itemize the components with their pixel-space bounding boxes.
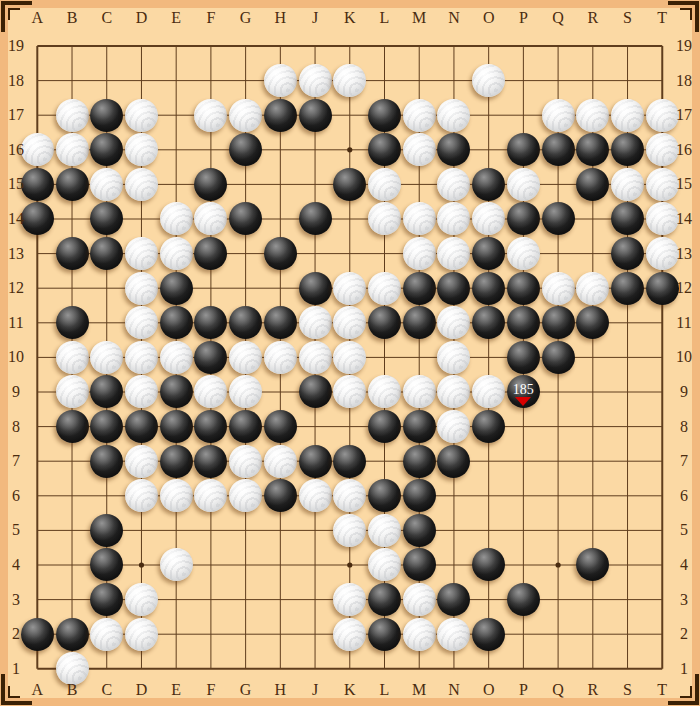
black-stone-D8[interactable] — [125, 410, 158, 443]
col-label-top-H: H — [275, 10, 287, 26]
board-point-M4 — [402, 548, 437, 583]
black-stone-E11[interactable] — [160, 306, 193, 339]
black-stone-P11[interactable] — [507, 306, 540, 339]
white-stone-T17[interactable] — [646, 99, 679, 132]
board-point-P15 — [506, 167, 541, 202]
row-label-left-8: 8 — [12, 419, 20, 435]
black-stone-M12[interactable] — [403, 272, 436, 305]
board-point-N12 — [437, 271, 472, 306]
white-stone-B17[interactable] — [56, 99, 89, 132]
black-stone-C14[interactable] — [90, 202, 123, 235]
black-stone-C17[interactable] — [90, 99, 123, 132]
white-stone-J6[interactable] — [299, 479, 332, 512]
white-stone-Q12[interactable] — [542, 272, 575, 305]
board-point-M12 — [402, 271, 437, 306]
white-stone-P13[interactable] — [507, 237, 540, 270]
white-stone-P15[interactable] — [507, 168, 540, 201]
row-label-left-1: 1 — [12, 661, 20, 677]
board-point-T17 — [645, 98, 680, 133]
move-number-label: 185 — [513, 382, 534, 398]
white-stone-K9[interactable] — [333, 375, 366, 408]
white-stone-N10[interactable] — [437, 341, 470, 374]
white-stone-F14[interactable] — [194, 202, 227, 235]
board-point-O2 — [471, 617, 506, 652]
board-point-Q12 — [541, 271, 576, 306]
board-point-O18 — [471, 63, 506, 98]
board-point-J17 — [298, 98, 333, 133]
white-stone-K3[interactable] — [333, 583, 366, 616]
black-stone-F13[interactable] — [194, 237, 227, 270]
white-stone-M2[interactable] — [403, 618, 436, 651]
white-stone-K11[interactable] — [333, 306, 366, 339]
white-stone-N14[interactable] — [437, 202, 470, 235]
col-label-bottom-G: G — [240, 682, 252, 698]
board-point-E9 — [159, 375, 194, 410]
white-stone-K2[interactable] — [333, 618, 366, 651]
white-stone-B10[interactable] — [56, 341, 89, 374]
board-point-H6 — [263, 478, 298, 513]
col-label-top-S: S — [623, 10, 632, 26]
black-stone-L11[interactable] — [368, 306, 401, 339]
row-label-right-13: 13 — [676, 246, 692, 262]
black-stone-P10[interactable] — [507, 341, 540, 374]
white-stone-G6[interactable] — [229, 479, 262, 512]
white-stone-K12[interactable] — [333, 272, 366, 305]
white-stone-D9[interactable] — [125, 375, 158, 408]
board-point-D17 — [124, 98, 159, 133]
white-stone-K18[interactable] — [333, 64, 366, 97]
board-point-O14 — [471, 202, 506, 237]
col-label-top-F: F — [206, 10, 215, 26]
black-stone-L8[interactable] — [368, 410, 401, 443]
white-stone-T16[interactable] — [646, 133, 679, 166]
white-stone-J11[interactable] — [299, 306, 332, 339]
white-stone-K6[interactable] — [333, 479, 366, 512]
white-stone-M16[interactable] — [403, 133, 436, 166]
col-label-top-L: L — [380, 10, 390, 26]
board-point-M13 — [402, 236, 437, 271]
board-point-L8 — [367, 409, 402, 444]
white-stone-D13[interactable] — [125, 237, 158, 270]
board-point-B15 — [55, 167, 90, 202]
black-stone-S13[interactable] — [611, 237, 644, 270]
row-label-right-2: 2 — [680, 626, 688, 642]
board-point-Q16 — [541, 132, 576, 167]
white-stone-T14[interactable] — [646, 202, 679, 235]
col-label-top-Q: Q — [552, 10, 564, 26]
board-point-K3 — [332, 582, 367, 617]
board-point-Q17 — [541, 98, 576, 133]
black-stone-F15[interactable] — [194, 168, 227, 201]
black-stone-T12[interactable] — [646, 272, 679, 305]
black-stone-O4[interactable] — [472, 548, 505, 581]
black-stone-M7[interactable] — [403, 445, 436, 478]
row-label-left-9: 9 — [12, 384, 20, 400]
board-point-E14 — [159, 202, 194, 237]
white-stone-D11[interactable] — [125, 306, 158, 339]
white-stone-E4[interactable] — [160, 548, 193, 581]
white-stone-L9[interactable] — [368, 375, 401, 408]
row-label-left-19: 19 — [8, 38, 24, 54]
board-point-B17 — [55, 98, 90, 133]
board-point-C9 — [89, 375, 124, 410]
board-point-L3 — [367, 582, 402, 617]
black-stone-M6[interactable] — [403, 479, 436, 512]
black-stone-H13[interactable] — [264, 237, 297, 270]
board-point-M17 — [402, 98, 437, 133]
board-point-C16 — [89, 132, 124, 167]
black-stone-R11[interactable] — [576, 306, 609, 339]
black-stone-L17[interactable] — [368, 99, 401, 132]
black-stone-A2[interactable] — [21, 618, 54, 651]
black-stone-O2[interactable] — [472, 618, 505, 651]
black-stone-B13[interactable] — [56, 237, 89, 270]
black-stone-K15[interactable] — [333, 168, 366, 201]
board-point-P16 — [506, 132, 541, 167]
white-stone-J18[interactable] — [299, 64, 332, 97]
board-point-L2 — [367, 617, 402, 652]
board-point-R4 — [575, 548, 610, 583]
row-label-right-15: 15 — [676, 176, 692, 192]
board-point-S15 — [610, 167, 645, 202]
col-label-top-O: O — [483, 10, 495, 26]
black-stone-O8[interactable] — [472, 410, 505, 443]
white-stone-M14[interactable] — [403, 202, 436, 235]
white-stone-R12[interactable] — [576, 272, 609, 305]
col-label-top-B: B — [67, 10, 78, 26]
black-stone-P16[interactable] — [507, 133, 540, 166]
black-stone-J14[interactable] — [299, 202, 332, 235]
black-stone-M4[interactable] — [403, 548, 436, 581]
row-label-left-17: 17 — [8, 107, 24, 123]
col-label-bottom-N: N — [448, 682, 460, 698]
board-point-K2 — [332, 617, 367, 652]
board-point-L9 — [367, 375, 402, 410]
board-point-P10 — [506, 340, 541, 375]
white-stone-M13[interactable] — [403, 237, 436, 270]
row-label-right-14: 14 — [676, 211, 692, 227]
black-stone-H8[interactable] — [264, 410, 297, 443]
board-point-M5 — [402, 513, 437, 548]
white-stone-D6[interactable] — [125, 479, 158, 512]
white-stone-C2[interactable] — [90, 618, 123, 651]
black-stone-C8[interactable] — [90, 410, 123, 443]
white-stone-A16[interactable] — [21, 133, 54, 166]
row-label-left-7: 7 — [12, 453, 20, 469]
black-stone-N7[interactable] — [437, 445, 470, 478]
black-stone-O15[interactable] — [472, 168, 505, 201]
black-stone-C3[interactable] — [90, 583, 123, 616]
white-stone-D17[interactable] — [125, 99, 158, 132]
board-point-F8 — [194, 409, 229, 444]
black-stone-O11[interactable] — [472, 306, 505, 339]
white-stone-G7[interactable] — [229, 445, 262, 478]
board-point-K10 — [332, 340, 367, 375]
white-stone-S17[interactable] — [611, 99, 644, 132]
black-stone-C5[interactable] — [90, 514, 123, 547]
col-label-top-G: G — [240, 10, 252, 26]
board-point-O4 — [471, 548, 506, 583]
white-stone-F6[interactable] — [194, 479, 227, 512]
white-stone-E10[interactable] — [160, 341, 193, 374]
white-stone-K10[interactable] — [333, 341, 366, 374]
board-point-J14 — [298, 202, 333, 237]
white-stone-C15[interactable] — [90, 168, 123, 201]
white-stone-E6[interactable] — [160, 479, 193, 512]
black-stone-N12[interactable] — [437, 272, 470, 305]
white-stone-H10[interactable] — [264, 341, 297, 374]
black-stone-S12[interactable] — [611, 272, 644, 305]
black-stone-L16[interactable] — [368, 133, 401, 166]
white-stone-N11[interactable] — [437, 306, 470, 339]
black-stone-L6[interactable] — [368, 479, 401, 512]
white-stone-G17[interactable] — [229, 99, 262, 132]
white-stone-B16[interactable] — [56, 133, 89, 166]
col-label-bottom-H: H — [275, 682, 287, 698]
white-stone-L5[interactable] — [368, 514, 401, 547]
black-stone-C7[interactable] — [90, 445, 123, 478]
black-stone-K7[interactable] — [333, 445, 366, 478]
white-stone-N8[interactable] — [437, 410, 470, 443]
board-point-G9 — [228, 375, 263, 410]
white-stone-D15[interactable] — [125, 168, 158, 201]
white-stone-J10[interactable] — [299, 341, 332, 374]
black-stone-F7[interactable] — [194, 445, 227, 478]
black-stone-J12[interactable] — [299, 272, 332, 305]
black-stone-P3[interactable] — [507, 583, 540, 616]
white-stone-G10[interactable] — [229, 341, 262, 374]
board-point-B2 — [55, 617, 90, 652]
white-stone-M9[interactable] — [403, 375, 436, 408]
col-label-top-A: A — [32, 10, 44, 26]
board-point-L5 — [367, 513, 402, 548]
board-point-Q10 — [541, 340, 576, 375]
black-stone-C13[interactable] — [90, 237, 123, 270]
board-point-D6 — [124, 478, 159, 513]
white-stone-E13[interactable] — [160, 237, 193, 270]
white-stone-M17[interactable] — [403, 99, 436, 132]
white-stone-H7[interactable] — [264, 445, 297, 478]
black-stone-Q14[interactable] — [542, 202, 575, 235]
black-stone-R16[interactable] — [576, 133, 609, 166]
black-stone-F8[interactable] — [194, 410, 227, 443]
white-stone-N15[interactable] — [437, 168, 470, 201]
white-stone-N17[interactable] — [437, 99, 470, 132]
white-stone-D10[interactable] — [125, 341, 158, 374]
col-label-bottom-F: F — [206, 682, 215, 698]
row-label-right-19: 19 — [676, 38, 692, 54]
black-stone-R4[interactable] — [576, 548, 609, 581]
board-point-G6 — [228, 478, 263, 513]
white-stone-L15[interactable] — [368, 168, 401, 201]
col-label-top-J: J — [312, 10, 318, 26]
board-point-C8 — [89, 409, 124, 444]
board-point-D7 — [124, 444, 159, 479]
board-point-H17 — [263, 98, 298, 133]
board-point-L4 — [367, 548, 402, 583]
white-stone-L14[interactable] — [368, 202, 401, 235]
board-point-J10 — [298, 340, 333, 375]
white-stone-D2[interactable] — [125, 618, 158, 651]
black-stone-J7[interactable] — [299, 445, 332, 478]
row-label-right-7: 7 — [680, 453, 688, 469]
black-stone-N3[interactable] — [437, 583, 470, 616]
white-stone-D12[interactable] — [125, 272, 158, 305]
white-stone-N9[interactable] — [437, 375, 470, 408]
row-label-right-18: 18 — [676, 73, 692, 89]
board-point-F9 — [194, 375, 229, 410]
black-stone-Q11[interactable] — [542, 306, 575, 339]
black-stone-G16[interactable] — [229, 133, 262, 166]
black-stone-Q10[interactable] — [542, 341, 575, 374]
white-stone-D7[interactable] — [125, 445, 158, 478]
white-stone-L4[interactable] — [368, 548, 401, 581]
black-stone-R15[interactable] — [576, 168, 609, 201]
black-stone-G14[interactable] — [229, 202, 262, 235]
black-stone-E12[interactable] — [160, 272, 193, 305]
row-label-right-4: 4 — [680, 557, 688, 573]
black-stone-O13[interactable] — [472, 237, 505, 270]
board-point-E10 — [159, 340, 194, 375]
black-stone-F11[interactable] — [194, 306, 227, 339]
black-stone-E8[interactable] — [160, 410, 193, 443]
black-stone-B15[interactable] — [56, 168, 89, 201]
black-stone-G8[interactable] — [229, 410, 262, 443]
black-stone-C16[interactable] — [90, 133, 123, 166]
white-stone-S15[interactable] — [611, 168, 644, 201]
white-stone-Q17[interactable] — [542, 99, 575, 132]
board-point-N8 — [437, 409, 472, 444]
board-point-R16 — [575, 132, 610, 167]
black-stone-O12[interactable] — [472, 272, 505, 305]
row-label-left-14: 14 — [8, 211, 24, 227]
board-point-C15 — [89, 167, 124, 202]
black-stone-E9[interactable] — [160, 375, 193, 408]
board-point-N7 — [437, 444, 472, 479]
board-point-P11 — [506, 305, 541, 340]
go-board[interactable]: 185 — [20, 29, 680, 686]
board-point-S12 — [610, 271, 645, 306]
black-stone-A15[interactable] — [21, 168, 54, 201]
col-label-bottom-O: O — [483, 682, 495, 698]
board-point-N14 — [437, 202, 472, 237]
row-label-right-10: 10 — [676, 349, 692, 365]
board-point-T16 — [645, 132, 680, 167]
white-stone-H18[interactable] — [264, 64, 297, 97]
black-stone-E7[interactable] — [160, 445, 193, 478]
board-point-E11 — [159, 305, 194, 340]
black-stone-L2[interactable] — [368, 618, 401, 651]
col-label-top-C: C — [101, 10, 112, 26]
black-stone-B2[interactable] — [56, 618, 89, 651]
black-stone-G11[interactable] — [229, 306, 262, 339]
black-stone-H11[interactable] — [264, 306, 297, 339]
black-stone-P12[interactable] — [507, 272, 540, 305]
black-stone-H6[interactable] — [264, 479, 297, 512]
white-stone-F9[interactable] — [194, 375, 227, 408]
board-point-E8 — [159, 409, 194, 444]
board-point-H10 — [263, 340, 298, 375]
col-label-bottom-S: S — [623, 682, 632, 698]
board-point-G10 — [228, 340, 263, 375]
white-stone-O18[interactable] — [472, 64, 505, 97]
white-stone-M3[interactable] — [403, 583, 436, 616]
black-stone-P14[interactable] — [507, 202, 540, 235]
black-stone-L3[interactable] — [368, 583, 401, 616]
white-stone-T15[interactable] — [646, 168, 679, 201]
black-stone-S16[interactable] — [611, 133, 644, 166]
black-stone-M11[interactable] — [403, 306, 436, 339]
black-stone-A14[interactable] — [21, 202, 54, 235]
marked-stone-185-P9[interactable]: 185 — [507, 375, 540, 408]
board-point-B11 — [55, 305, 90, 340]
white-stone-N13[interactable] — [437, 237, 470, 270]
black-stone-S14[interactable] — [611, 202, 644, 235]
row-label-right-5: 5 — [680, 522, 688, 538]
black-stone-C4[interactable] — [90, 548, 123, 581]
black-stone-C9[interactable] — [90, 375, 123, 408]
board-point-M9 — [402, 375, 437, 410]
white-stone-B9[interactable] — [56, 375, 89, 408]
board-point-K5 — [332, 513, 367, 548]
white-stone-N2[interactable] — [437, 618, 470, 651]
white-stone-D16[interactable] — [125, 133, 158, 166]
board-point-D13 — [124, 236, 159, 271]
black-stone-N16[interactable] — [437, 133, 470, 166]
black-stone-B8[interactable] — [56, 410, 89, 443]
white-stone-F17[interactable] — [194, 99, 227, 132]
red-triangle-marker-icon — [515, 397, 531, 406]
board-point-D16 — [124, 132, 159, 167]
black-stone-M8[interactable] — [403, 410, 436, 443]
board-point-T14 — [645, 202, 680, 237]
black-stone-J9[interactable] — [299, 375, 332, 408]
white-stone-T13[interactable] — [646, 237, 679, 270]
col-label-bottom-T: T — [657, 682, 667, 698]
row-label-right-12: 12 — [676, 280, 692, 296]
white-stone-K5[interactable] — [333, 514, 366, 547]
white-stone-E14[interactable] — [160, 202, 193, 235]
white-stone-C10[interactable] — [90, 341, 123, 374]
row-label-left-4: 4 — [12, 557, 20, 573]
board-point-G11 — [228, 305, 263, 340]
white-stone-L12[interactable] — [368, 272, 401, 305]
white-stone-O9[interactable] — [472, 375, 505, 408]
row-label-left-16: 16 — [8, 142, 24, 158]
board-point-K6 — [332, 478, 367, 513]
black-stone-Q16[interactable] — [542, 133, 575, 166]
black-stone-B11[interactable] — [56, 306, 89, 339]
white-stone-O14[interactable] — [472, 202, 505, 235]
board-point-M7 — [402, 444, 437, 479]
board-point-C3 — [89, 582, 124, 617]
white-stone-R17[interactable] — [576, 99, 609, 132]
black-stone-M5[interactable] — [403, 514, 436, 547]
black-stone-F10[interactable] — [194, 341, 227, 374]
board-point-A2 — [20, 617, 55, 652]
col-label-top-T: T — [657, 10, 667, 26]
row-label-left-11: 11 — [8, 315, 23, 331]
white-stone-G9[interactable] — [229, 375, 262, 408]
black-stone-H17[interactable] — [264, 99, 297, 132]
board-point-L15 — [367, 167, 402, 202]
black-stone-J17[interactable] — [299, 99, 332, 132]
board-point-O13 — [471, 236, 506, 271]
board-point-H8 — [263, 409, 298, 444]
board-point-E6 — [159, 478, 194, 513]
col-label-bottom-J: J — [312, 682, 318, 698]
white-stone-D3[interactable] — [125, 583, 158, 616]
